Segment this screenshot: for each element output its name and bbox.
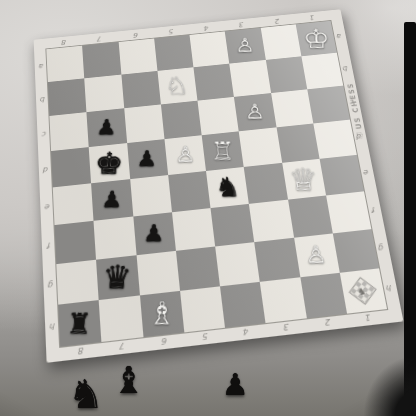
square-h2[interactable] <box>300 273 347 319</box>
white-pawn-d5[interactable]: ♙ <box>175 144 196 165</box>
square-b3[interactable] <box>229 60 270 97</box>
square-c5[interactable] <box>161 101 202 139</box>
square-f7[interactable] <box>94 217 136 260</box>
square-b5[interactable]: ♘ <box>157 67 197 104</box>
square-g1[interactable] <box>333 229 380 273</box>
square-f4[interactable] <box>210 204 254 247</box>
square-a6[interactable] <box>118 39 157 75</box>
black-knight-e4[interactable]: ♞ <box>215 174 241 201</box>
square-b2[interactable] <box>265 56 307 93</box>
square-d8[interactable] <box>51 147 91 187</box>
square-a8[interactable] <box>46 46 84 82</box>
square-b8[interactable] <box>48 78 87 116</box>
square-h5[interactable] <box>180 286 225 332</box>
square-c4[interactable] <box>197 97 238 135</box>
square-e2[interactable]: ♕ <box>282 159 326 200</box>
square-d2[interactable] <box>276 124 319 163</box>
square-h6[interactable]: ♗ <box>139 291 184 337</box>
square-g2[interactable]: ♙ <box>294 233 340 277</box>
square-e1[interactable] <box>319 155 364 196</box>
square-h3[interactable] <box>260 277 306 323</box>
square-g5[interactable] <box>176 246 220 290</box>
white-king-a1[interactable]: ♔ <box>302 25 330 51</box>
square-g3[interactable] <box>254 238 299 282</box>
square-e3[interactable] <box>244 163 288 204</box>
square-e6[interactable] <box>130 175 172 216</box>
square-g6[interactable] <box>136 251 180 296</box>
square-a5[interactable] <box>154 35 194 71</box>
square-c3[interactable]: ♙ <box>234 93 276 131</box>
square-c7[interactable]: ♟ <box>87 108 127 147</box>
square-f2[interactable] <box>288 195 333 237</box>
black-pawn-f6[interactable]: ♟ <box>143 222 165 245</box>
square-c2[interactable] <box>271 89 313 127</box>
white-rook-d4[interactable]: ♖ <box>211 139 235 164</box>
knight-logo-icon: ♘ <box>355 130 365 140</box>
us-chess-crest-icon: ♞ <box>349 277 377 305</box>
square-h8[interactable]: ♜ <box>58 300 101 347</box>
square-a1[interactable]: ♔ <box>295 21 336 56</box>
square-e5[interactable] <box>168 171 211 212</box>
square-e7[interactable]: ♟ <box>91 179 133 221</box>
square-d4[interactable]: ♖ <box>202 131 244 171</box>
square-b1[interactable] <box>301 53 343 90</box>
square-c8[interactable] <box>49 112 88 151</box>
square-g8[interactable] <box>56 260 99 305</box>
white-pawn-c3[interactable]: ♙ <box>245 102 266 122</box>
square-h1[interactable]: ♞ <box>340 268 387 313</box>
square-b7[interactable] <box>84 75 123 112</box>
square-b4[interactable] <box>193 64 234 101</box>
black-pawn-c7[interactable]: ♟ <box>96 117 117 138</box>
black-queen-g7[interactable]: ♛ <box>102 261 133 293</box>
captured-black-bishop[interactable]: ♝ <box>112 362 145 399</box>
black-pawn-d6[interactable]: ♟ <box>137 148 158 169</box>
square-g7[interactable]: ♛ <box>96 255 139 300</box>
square-a2[interactable] <box>260 24 301 60</box>
square-h7[interactable] <box>99 295 143 341</box>
board-grid: ♙♔♘♟♙♚♟♙♖♟♞♕♟♛♙♜♗♞ <box>46 21 387 347</box>
photo-scene: 87654321 87654321 abcdefgh abcdefgh ♘ US… <box>0 0 416 416</box>
square-a7[interactable] <box>82 42 121 78</box>
square-f6[interactable]: ♟ <box>133 212 176 255</box>
square-f5[interactable] <box>172 208 215 251</box>
square-e8[interactable] <box>53 183 94 225</box>
square-d1[interactable] <box>313 120 357 159</box>
white-pawn-a3[interactable]: ♙ <box>235 36 255 55</box>
square-c1[interactable] <box>307 86 350 124</box>
black-pawn-e7[interactable]: ♟ <box>101 189 123 211</box>
square-d6[interactable]: ♟ <box>127 139 168 179</box>
black-king-d7[interactable]: ♚ <box>94 148 124 178</box>
table-corner-shadow <box>346 336 416 416</box>
square-f8[interactable] <box>55 221 97 264</box>
black-rook-h8[interactable]: ♜ <box>66 309 93 337</box>
square-f1[interactable] <box>326 191 372 233</box>
square-f3[interactable] <box>249 200 293 242</box>
square-c6[interactable] <box>124 104 164 143</box>
white-knight-b5[interactable]: ♘ <box>165 74 189 98</box>
square-d7[interactable]: ♚ <box>89 143 130 183</box>
square-a3[interactable]: ♙ <box>225 28 265 64</box>
white-pawn-g2[interactable]: ♙ <box>305 244 328 267</box>
captured-black-knight[interactable]: ♞ <box>68 374 104 414</box>
square-h4[interactable] <box>220 282 266 328</box>
square-a4[interactable] <box>190 31 230 67</box>
captured-black-pawn[interactable]: ♟ <box>222 370 249 400</box>
square-d3[interactable] <box>239 127 282 167</box>
square-g4[interactable] <box>215 242 260 286</box>
square-d5[interactable]: ♙ <box>164 135 206 175</box>
square-b6[interactable] <box>121 71 161 108</box>
white-queen-e2[interactable]: ♕ <box>289 164 319 194</box>
chess-board: 87654321 87654321 abcdefgh abcdefgh ♘ US… <box>34 9 404 362</box>
square-e4[interactable]: ♞ <box>206 167 249 208</box>
white-bishop-h6[interactable]: ♗ <box>147 298 175 329</box>
